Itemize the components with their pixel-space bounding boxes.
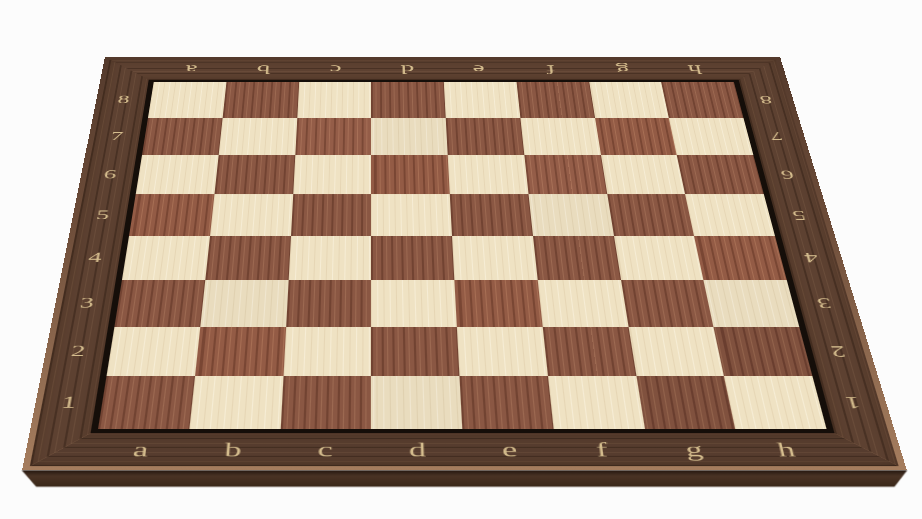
square-f4[interactable] <box>533 236 621 280</box>
square-e8[interactable] <box>444 82 520 117</box>
square-g7[interactable] <box>595 118 677 155</box>
square-f6[interactable] <box>524 155 607 194</box>
rank-label-1-right: 1 <box>822 387 884 418</box>
rank-label-3-left: 3 <box>59 289 114 317</box>
file-label-g-bottom: g <box>664 433 725 466</box>
square-c7[interactable] <box>295 118 371 155</box>
square-d1[interactable] <box>371 376 462 429</box>
square-g1[interactable] <box>636 376 736 429</box>
file-label-d-bottom: d <box>390 433 446 466</box>
square-e5[interactable] <box>450 194 533 236</box>
square-c1[interactable] <box>280 376 371 429</box>
square-f8[interactable] <box>516 82 594 117</box>
rank-label-6-right: 6 <box>761 163 814 186</box>
square-e1[interactable] <box>459 376 553 429</box>
square-c4[interactable] <box>288 236 371 280</box>
file-label-e-bottom: e <box>481 433 538 466</box>
square-d8[interactable] <box>371 82 445 117</box>
rank-label-8-left: 8 <box>100 89 147 110</box>
square-b7[interactable] <box>218 118 296 155</box>
square-h7[interactable] <box>669 118 753 155</box>
square-b4[interactable] <box>205 236 290 280</box>
rank-label-6-left: 6 <box>85 163 135 186</box>
square-g2[interactable] <box>628 327 724 377</box>
file-label-e-top: e <box>457 60 501 80</box>
rank-label-2-left: 2 <box>49 337 106 366</box>
square-c3[interactable] <box>286 280 372 327</box>
chessboard-photo-scene: abcdefghabcdefgh8765432187654321 <box>0 0 922 519</box>
rank-label-5-left: 5 <box>77 203 129 228</box>
rank-label-8-right: 8 <box>741 89 791 110</box>
square-d5[interactable] <box>371 194 452 236</box>
rank-label-5-right: 5 <box>772 203 826 228</box>
square-c8[interactable] <box>297 82 371 117</box>
square-g3[interactable] <box>621 280 714 327</box>
square-b5[interactable] <box>210 194 293 236</box>
square-a8[interactable] <box>148 82 226 117</box>
file-label-h-bottom: h <box>755 433 818 466</box>
file-label-a-bottom: a <box>111 433 170 466</box>
square-g4[interactable] <box>614 236 704 280</box>
file-label-c-top: c <box>314 60 357 80</box>
square-g6[interactable] <box>601 155 686 194</box>
square-d3[interactable] <box>371 280 457 327</box>
file-label-f-top: f <box>528 60 573 80</box>
square-f7[interactable] <box>520 118 600 155</box>
square-e7[interactable] <box>446 118 524 155</box>
square-a2[interactable] <box>106 327 200 377</box>
rank-label-7-left: 7 <box>92 125 141 147</box>
square-g8[interactable] <box>589 82 669 117</box>
square-f1[interactable] <box>548 376 645 429</box>
square-e2[interactable] <box>457 327 548 377</box>
rank-label-3-right: 3 <box>795 289 853 317</box>
square-f5[interactable] <box>528 194 613 236</box>
square-a3[interactable] <box>114 280 205 327</box>
file-label-a-top: a <box>169 60 214 80</box>
square-h5[interactable] <box>685 194 775 236</box>
rank-label-4-left: 4 <box>68 245 121 271</box>
square-h6[interactable] <box>677 155 764 194</box>
file-label-b-top: b <box>241 60 285 80</box>
square-d2[interactable] <box>371 327 459 377</box>
square-e6[interactable] <box>448 155 529 194</box>
square-b3[interactable] <box>200 280 288 327</box>
square-d6[interactable] <box>371 155 450 194</box>
square-c2[interactable] <box>283 327 371 377</box>
square-d4[interactable] <box>371 236 454 280</box>
rank-label-1-left: 1 <box>39 387 98 418</box>
square-f3[interactable] <box>537 280 628 327</box>
perspective-wrapper: abcdefghabcdefgh8765432187654321 <box>0 0 922 519</box>
file-label-b-bottom: b <box>204 433 261 466</box>
square-h8[interactable] <box>661 82 743 117</box>
squares-grid <box>98 82 827 429</box>
square-b2[interactable] <box>195 327 286 377</box>
file-label-c-bottom: c <box>297 433 353 466</box>
square-a6[interactable] <box>136 155 219 194</box>
square-f2[interactable] <box>542 327 636 377</box>
square-e3[interactable] <box>454 280 542 327</box>
chess-board: abcdefghabcdefgh8765432187654321 <box>22 57 907 470</box>
square-h3[interactable] <box>704 280 800 327</box>
square-b1[interactable] <box>189 376 283 429</box>
rank-label-4-right: 4 <box>783 245 839 271</box>
square-e4[interactable] <box>452 236 537 280</box>
file-label-f-bottom: f <box>572 433 631 466</box>
board-side-face <box>21 470 908 487</box>
square-g5[interactable] <box>607 194 694 236</box>
square-h4[interactable] <box>694 236 787 280</box>
file-label-h-top: h <box>671 60 719 80</box>
square-c5[interactable] <box>291 194 372 236</box>
square-a1[interactable] <box>98 376 195 429</box>
square-b6[interactable] <box>214 155 295 194</box>
square-a4[interactable] <box>122 236 210 280</box>
file-label-d-top: d <box>386 60 429 80</box>
square-h1[interactable] <box>724 376 826 429</box>
square-a5[interactable] <box>129 194 214 236</box>
file-label-g-top: g <box>600 60 646 80</box>
square-d7[interactable] <box>371 118 447 155</box>
rank-label-2-right: 2 <box>808 337 868 366</box>
square-c6[interactable] <box>293 155 372 194</box>
rank-label-7-right: 7 <box>751 125 802 147</box>
square-h2[interactable] <box>714 327 813 377</box>
square-b8[interactable] <box>222 82 298 117</box>
square-a7[interactable] <box>142 118 222 155</box>
